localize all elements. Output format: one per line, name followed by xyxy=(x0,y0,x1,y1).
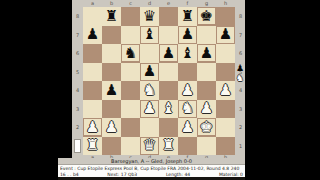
square-e1[interactable]: ♜ xyxy=(159,137,178,156)
square-c7[interactable] xyxy=(121,26,140,45)
file-label-g: g xyxy=(197,1,216,6)
square-b3[interactable] xyxy=(102,100,121,119)
rank-label-7: 7 xyxy=(236,26,245,45)
square-e5[interactable] xyxy=(159,63,178,82)
square-b1[interactable] xyxy=(102,137,121,156)
rank-label-2: 2 xyxy=(73,118,82,137)
square-e8[interactable] xyxy=(159,7,178,26)
black-pawn: ♟ xyxy=(179,27,196,43)
white-pawn: ♟ xyxy=(179,119,196,135)
square-g4[interactable] xyxy=(197,81,216,100)
white-rook: ♜ xyxy=(160,138,177,154)
black-queen: ♛ xyxy=(141,8,158,24)
rank-labels-left: 87654321 xyxy=(73,7,82,155)
square-d6[interactable] xyxy=(140,44,159,63)
black-bishop: ♝ xyxy=(141,27,158,43)
square-g3[interactable]: ♟ xyxy=(197,100,216,119)
rank-label-4: 4 xyxy=(73,81,82,100)
square-d7[interactable]: ♝ xyxy=(140,26,159,45)
square-c6[interactable]: ♞ xyxy=(121,44,140,63)
white-rook: ♜ xyxy=(84,138,101,154)
black-pawn: ♟ xyxy=(103,82,120,98)
file-label-e: e xyxy=(159,1,178,6)
white-pawn: ♟ xyxy=(103,119,120,135)
event-line: Event : Cup Etopile Express Pool B, Cup … xyxy=(60,166,243,172)
black-knight: ♞ xyxy=(122,45,139,61)
square-d5[interactable]: ♟ xyxy=(140,63,159,82)
bottom-strip xyxy=(58,177,245,180)
board: ♜♛♜♚♟♝♟♟♞♟♝♟♟♟♞♟♟♟♝♞♟♟♟♟♚♜♛♜ xyxy=(83,7,235,155)
square-f2[interactable]: ♟ xyxy=(178,118,197,137)
square-h3[interactable] xyxy=(216,100,235,119)
square-d3[interactable]: ♟ xyxy=(140,100,159,119)
square-c1[interactable] xyxy=(121,137,140,156)
square-h7[interactable]: ♟ xyxy=(216,26,235,45)
rank-label-3: 3 xyxy=(73,100,82,119)
square-c5[interactable] xyxy=(121,63,140,82)
square-b7[interactable] xyxy=(102,26,121,45)
square-b4[interactable]: ♟ xyxy=(102,81,121,100)
square-d8[interactable]: ♛ xyxy=(140,7,159,26)
square-b2[interactable]: ♟ xyxy=(102,118,121,137)
square-f3[interactable]: ♞ xyxy=(178,100,197,119)
black-rook: ♜ xyxy=(103,8,120,24)
black-pawn: ♟ xyxy=(217,27,234,43)
square-d2[interactable] xyxy=(140,118,159,137)
square-d4[interactable]: ♞ xyxy=(140,81,159,100)
square-e7[interactable] xyxy=(159,26,178,45)
white-pawn: ♟ xyxy=(217,82,234,98)
square-d1[interactable]: ♛ xyxy=(140,137,159,156)
square-a7[interactable]: ♟ xyxy=(83,26,102,45)
square-f4[interactable]: ♟ xyxy=(178,81,197,100)
rank-label-7: 7 xyxy=(73,26,82,45)
square-g6[interactable]: ♟ xyxy=(197,44,216,63)
square-h8[interactable] xyxy=(216,7,235,26)
square-a8[interactable] xyxy=(83,7,102,26)
square-a5[interactable] xyxy=(83,63,102,82)
square-c3[interactable] xyxy=(121,100,140,119)
tray-white-knight-icon: ♞ xyxy=(236,74,244,84)
square-f8[interactable]: ♜ xyxy=(178,7,197,26)
black-king: ♚ xyxy=(198,8,215,24)
square-a3[interactable] xyxy=(83,100,102,119)
rank-label-8: 8 xyxy=(236,7,245,26)
square-c2[interactable] xyxy=(121,118,140,137)
rank-label-6: 6 xyxy=(73,44,82,63)
square-g2[interactable]: ♚ xyxy=(197,118,216,137)
square-g1[interactable] xyxy=(197,137,216,156)
square-e3[interactable]: ♝ xyxy=(159,100,178,119)
white-to-move-indicator xyxy=(74,139,81,153)
rank-label-3: 3 xyxy=(236,100,245,119)
square-g5[interactable] xyxy=(197,63,216,82)
square-g8[interactable]: ♚ xyxy=(197,7,216,26)
square-h2[interactable] xyxy=(216,118,235,137)
square-f6[interactable]: ♝ xyxy=(178,44,197,63)
file-label-h: h xyxy=(216,1,235,6)
file-label-a: a xyxy=(83,1,102,6)
square-h1[interactable] xyxy=(216,137,235,156)
file-label-c: c xyxy=(121,1,140,6)
square-b5[interactable] xyxy=(102,63,121,82)
white-knight: ♞ xyxy=(179,101,196,117)
square-b8[interactable]: ♜ xyxy=(102,7,121,26)
rank-label-6: 6 xyxy=(236,44,245,63)
white-king: ♚ xyxy=(198,119,215,135)
square-a1[interactable]: ♜ xyxy=(83,137,102,156)
material-tray: ♟♞ xyxy=(235,64,245,83)
black-pawn: ♟ xyxy=(141,64,158,80)
square-f5[interactable] xyxy=(178,63,197,82)
file-label-d: d xyxy=(140,1,159,6)
black-pawn: ♟ xyxy=(198,45,215,61)
square-h4[interactable]: ♟ xyxy=(216,81,235,100)
rank-label-1: 1 xyxy=(236,137,245,156)
black-pawn: ♟ xyxy=(84,27,101,43)
square-e6[interactable]: ♟ xyxy=(159,44,178,63)
rank-label-2: 2 xyxy=(236,118,245,137)
white-knight: ♞ xyxy=(141,82,158,98)
white-pawn: ♟ xyxy=(198,101,215,117)
square-e2[interactable] xyxy=(159,118,178,137)
square-a2[interactable]: ♟ xyxy=(83,118,102,137)
square-h5[interactable] xyxy=(216,63,235,82)
white-pawn: ♟ xyxy=(141,101,158,117)
square-a6[interactable] xyxy=(83,44,102,63)
square-f1[interactable] xyxy=(178,137,197,156)
video-frame: abcdefgh abcdefgh 87654321 87654321 ♜♛♜♚… xyxy=(0,0,320,180)
square-c8[interactable] xyxy=(121,7,140,26)
file-label-b: b xyxy=(102,1,121,6)
square-a4[interactable] xyxy=(83,81,102,100)
rank-label-5: 5 xyxy=(73,63,82,82)
black-pawn: ♟ xyxy=(160,45,177,61)
white-queen: ♛ xyxy=(141,138,158,154)
square-f7[interactable]: ♟ xyxy=(178,26,197,45)
white-pawn: ♟ xyxy=(179,82,196,98)
black-bishop: ♝ xyxy=(179,45,196,61)
game-info-box: Event : Cup Etopile Express Pool B, Cup … xyxy=(58,164,245,177)
white-pawn: ♟ xyxy=(84,119,101,135)
rank-label-4: 4 xyxy=(236,81,245,100)
square-g7[interactable] xyxy=(197,26,216,45)
file-labels-top: abcdefgh xyxy=(83,1,235,6)
rank-label-8: 8 xyxy=(73,7,82,26)
square-e4[interactable] xyxy=(159,81,178,100)
white-bishop: ♝ xyxy=(160,101,177,117)
square-b6[interactable] xyxy=(102,44,121,63)
black-rook: ♜ xyxy=(179,8,196,24)
square-h6[interactable] xyxy=(216,44,235,63)
square-c4[interactable] xyxy=(121,81,140,100)
file-label-f: f xyxy=(178,1,197,6)
